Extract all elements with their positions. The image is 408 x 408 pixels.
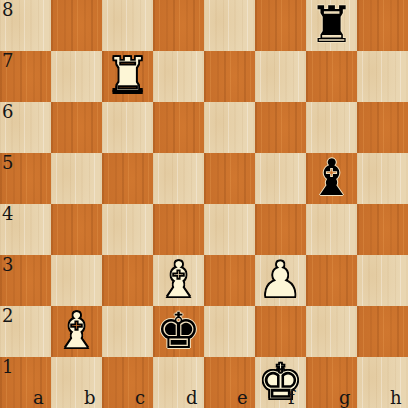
square-c6[interactable] [102, 102, 153, 153]
square-c4[interactable] [102, 204, 153, 255]
square-a6[interactable] [0, 102, 51, 153]
square-c1[interactable] [102, 357, 153, 408]
square-f6[interactable] [255, 102, 306, 153]
square-c2[interactable] [102, 306, 153, 357]
white-bishop[interactable]: ♝ [156, 255, 201, 306]
square-c7[interactable]: ♜ [102, 51, 153, 102]
square-d4[interactable] [153, 204, 204, 255]
square-d6[interactable] [153, 102, 204, 153]
square-e4[interactable] [204, 204, 255, 255]
square-d1[interactable] [153, 357, 204, 408]
square-f7[interactable] [255, 51, 306, 102]
square-g8[interactable]: ♜ [306, 0, 357, 51]
square-a3[interactable] [0, 255, 51, 306]
square-d3[interactable]: ♝ [153, 255, 204, 306]
square-a2[interactable] [0, 306, 51, 357]
square-h5[interactable] [357, 153, 408, 204]
square-f3[interactable]: ♟ [255, 255, 306, 306]
square-a1[interactable] [0, 357, 51, 408]
square-f1[interactable]: ♚ [255, 357, 306, 408]
square-c5[interactable] [102, 153, 153, 204]
square-a7[interactable] [0, 51, 51, 102]
square-d7[interactable] [153, 51, 204, 102]
square-a5[interactable] [0, 153, 51, 204]
square-b7[interactable] [51, 51, 102, 102]
white-pawn[interactable]: ♟ [258, 255, 303, 306]
square-e7[interactable] [204, 51, 255, 102]
square-e2[interactable] [204, 306, 255, 357]
square-c3[interactable] [102, 255, 153, 306]
square-e1[interactable] [204, 357, 255, 408]
square-f2[interactable] [255, 306, 306, 357]
square-g5[interactable]: ♝ [306, 153, 357, 204]
square-b5[interactable] [51, 153, 102, 204]
square-g7[interactable] [306, 51, 357, 102]
square-g2[interactable] [306, 306, 357, 357]
white-king[interactable]: ♚ [258, 357, 303, 408]
square-f8[interactable] [255, 0, 306, 51]
white-rook[interactable]: ♜ [105, 51, 150, 102]
black-king[interactable]: ♚ [156, 306, 201, 357]
square-g3[interactable] [306, 255, 357, 306]
square-g6[interactable] [306, 102, 357, 153]
square-f4[interactable] [255, 204, 306, 255]
square-b6[interactable] [51, 102, 102, 153]
square-e8[interactable] [204, 0, 255, 51]
square-h6[interactable] [357, 102, 408, 153]
square-c8[interactable] [102, 0, 153, 51]
square-d2[interactable]: ♚ [153, 306, 204, 357]
square-a8[interactable] [0, 0, 51, 51]
square-d5[interactable] [153, 153, 204, 204]
square-g4[interactable] [306, 204, 357, 255]
square-b4[interactable] [51, 204, 102, 255]
square-e3[interactable] [204, 255, 255, 306]
square-h3[interactable] [357, 255, 408, 306]
black-bishop[interactable]: ♝ [309, 153, 354, 204]
white-bishop[interactable]: ♝ [54, 306, 99, 357]
square-e6[interactable] [204, 102, 255, 153]
black-rook[interactable]: ♜ [309, 0, 354, 51]
square-g1[interactable] [306, 357, 357, 408]
square-h8[interactable] [357, 0, 408, 51]
square-b2[interactable]: ♝ [51, 306, 102, 357]
square-h1[interactable] [357, 357, 408, 408]
square-h4[interactable] [357, 204, 408, 255]
chess-board: ♜♜♝♝♟♝♚♚87654321abcdefgh [0, 0, 408, 408]
square-h2[interactable] [357, 306, 408, 357]
square-f5[interactable] [255, 153, 306, 204]
chess-diagram: ♜♜♝♝♟♝♚♚87654321abcdefgh [0, 0, 408, 408]
square-b8[interactable] [51, 0, 102, 51]
square-h7[interactable] [357, 51, 408, 102]
square-d8[interactable] [153, 0, 204, 51]
square-e5[interactable] [204, 153, 255, 204]
square-b1[interactable] [51, 357, 102, 408]
square-a4[interactable] [0, 204, 51, 255]
square-b3[interactable] [51, 255, 102, 306]
